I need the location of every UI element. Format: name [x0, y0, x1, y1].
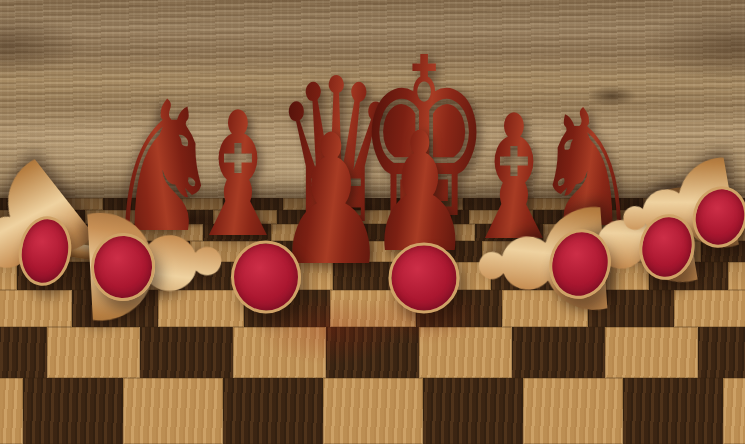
board-square: [223, 378, 323, 444]
board-square: [605, 327, 698, 378]
board-square: [0, 378, 23, 444]
board-row: [0, 378, 745, 444]
board-square: [523, 378, 623, 444]
chess-photo-scene: ♞ ♝ ♛ ♚ ♝ ♞ ♟ ♟ ♟ ♟ ♟ ♟ ♟: [0, 0, 745, 444]
felt-base-center-right: [389, 243, 460, 314]
board-square: [698, 327, 745, 378]
board-square: [23, 378, 123, 444]
board-square: [723, 378, 745, 444]
board-square: [123, 378, 223, 444]
felt-base-center-left: [231, 241, 301, 314]
board-square: [323, 378, 423, 444]
board-square: [623, 378, 723, 444]
board-square: [326, 327, 419, 378]
board-square: [423, 378, 523, 444]
